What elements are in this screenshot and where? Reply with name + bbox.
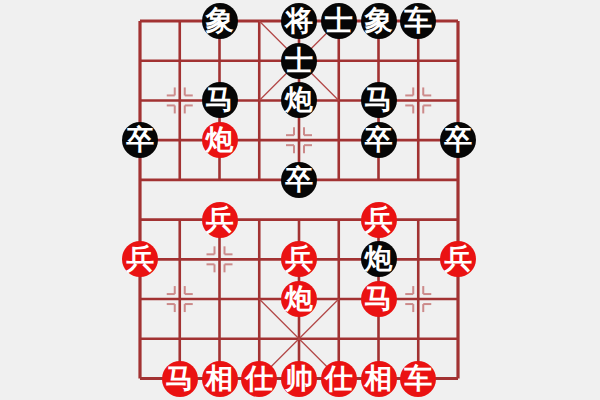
piece-red-cannon[interactable]: 炮 bbox=[281, 281, 317, 317]
xiangqi-board-screenshot: 象将士象车士马炮马卒炮卒卒卒兵兵兵兵炮兵炮马马相仕帅仕相车 bbox=[0, 0, 600, 400]
piece-black-cannon[interactable]: 炮 bbox=[281, 82, 317, 118]
piece-red-general[interactable]: 帅 bbox=[281, 361, 317, 397]
piece-red-soldier[interactable]: 兵 bbox=[440, 241, 476, 277]
piece-red-cannon[interactable]: 炮 bbox=[202, 122, 238, 158]
piece-red-chariot[interactable]: 车 bbox=[400, 361, 436, 397]
piece-black-chariot[interactable]: 车 bbox=[400, 3, 436, 39]
piece-red-elephant[interactable]: 相 bbox=[202, 361, 238, 397]
piece-black-soldier[interactable]: 卒 bbox=[440, 122, 476, 158]
piece-red-horse[interactable]: 马 bbox=[361, 281, 397, 317]
piece-red-advisor[interactable]: 仕 bbox=[321, 361, 357, 397]
piece-black-advisor[interactable]: 士 bbox=[321, 3, 357, 39]
piece-black-elephant[interactable]: 象 bbox=[361, 3, 397, 39]
piece-red-soldier[interactable]: 兵 bbox=[202, 202, 238, 238]
piece-black-elephant[interactable]: 象 bbox=[202, 3, 238, 39]
piece-black-general[interactable]: 将 bbox=[281, 3, 317, 39]
piece-black-horse[interactable]: 马 bbox=[202, 82, 238, 118]
piece-red-elephant[interactable]: 相 bbox=[361, 361, 397, 397]
piece-black-soldier[interactable]: 卒 bbox=[281, 162, 317, 198]
piece-red-advisor[interactable]: 仕 bbox=[241, 361, 277, 397]
piece-black-horse[interactable]: 马 bbox=[361, 82, 397, 118]
piece-black-cannon[interactable]: 炮 bbox=[361, 241, 397, 277]
piece-black-soldier[interactable]: 卒 bbox=[122, 122, 158, 158]
piece-red-soldier[interactable]: 兵 bbox=[281, 241, 317, 277]
piece-red-soldier[interactable]: 兵 bbox=[122, 241, 158, 277]
piece-black-soldier[interactable]: 卒 bbox=[361, 122, 397, 158]
piece-black-advisor[interactable]: 士 bbox=[281, 43, 317, 79]
piece-red-soldier[interactable]: 兵 bbox=[361, 202, 397, 238]
xiangqi-board: 象将士象车士马炮马卒炮卒卒卒兵兵兵兵炮兵炮马马相仕帅仕相车 bbox=[0, 0, 600, 400]
piece-red-horse[interactable]: 马 bbox=[162, 361, 198, 397]
